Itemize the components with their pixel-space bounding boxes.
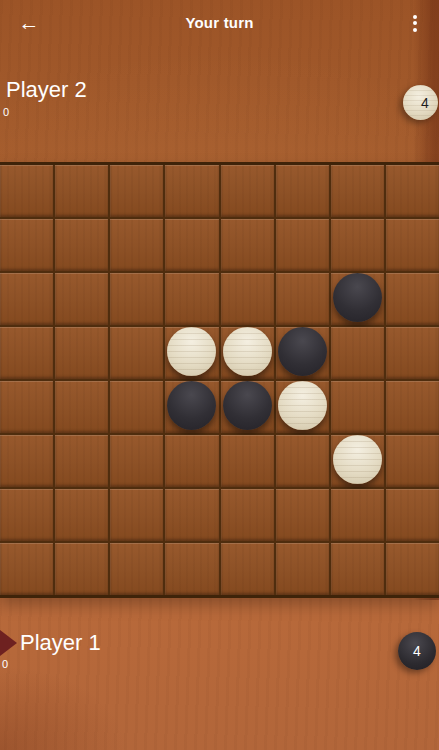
board-cell-b7[interactable] [55,489,108,541]
board-cell-f4[interactable] [276,327,329,379]
board-cell-f2[interactable] [276,219,329,271]
board-cell-h8[interactable] [386,543,439,595]
board-cell-b1[interactable] [55,165,108,217]
board-cell-f7[interactable] [276,489,329,541]
board-cell-a8[interactable] [0,543,53,595]
board-cell-c5[interactable] [110,381,163,433]
board-cell-b5[interactable] [55,381,108,433]
board-cell-c8[interactable] [110,543,163,595]
board-cell-h1[interactable] [386,165,439,217]
board-cell-b4[interactable] [55,327,108,379]
board-cell-e4[interactable] [221,327,274,379]
board-cell-b6[interactable] [55,435,108,487]
board-cell-h4[interactable] [386,327,439,379]
board-cell-c2[interactable] [110,219,163,271]
board-cell-d8[interactable] [165,543,218,595]
board-cell-d2[interactable] [165,219,218,271]
player2-name: Player 2 [6,77,87,103]
white-disc [167,327,216,376]
board-cell-g4[interactable] [331,327,384,379]
player1-panel: Player 1 0 [0,630,101,670]
board-cell-g5[interactable] [331,381,384,433]
black-disc [333,273,382,322]
board-cell-d5[interactable] [165,381,218,433]
board-cell-e3[interactable] [221,273,274,325]
board-cell-e5[interactable] [221,381,274,433]
board-cell-a3[interactable] [0,273,53,325]
board-cell-e8[interactable] [221,543,274,595]
board-cell-c1[interactable] [110,165,163,217]
board-cell-d6[interactable] [165,435,218,487]
board-cell-c6[interactable] [110,435,163,487]
board-cell-g6[interactable] [331,435,384,487]
board-cell-d3[interactable] [165,273,218,325]
board-cell-e1[interactable] [221,165,274,217]
black-disc [223,381,272,430]
board-cell-c7[interactable] [110,489,163,541]
board [0,162,439,598]
board-cell-a5[interactable] [0,381,53,433]
board-cell-h2[interactable] [386,219,439,271]
board-cell-d1[interactable] [165,165,218,217]
white-disc [278,381,327,430]
black-disc [167,381,216,430]
player1-name: Player 1 [20,630,101,656]
board-cell-d4[interactable] [165,327,218,379]
white-disc [333,435,382,484]
board-cell-a2[interactable] [0,219,53,271]
board-cell-g8[interactable] [331,543,384,595]
app-bar: ← Your turn [0,0,439,45]
board-cell-e6[interactable] [221,435,274,487]
active-turn-indicator-icon [0,630,17,656]
board-cell-h7[interactable] [386,489,439,541]
board-cell-c4[interactable] [110,327,163,379]
board-cell-g2[interactable] [331,219,384,271]
board-cell-c3[interactable] [110,273,163,325]
player2-score: 0 [3,106,87,118]
board-cell-f6[interactable] [276,435,329,487]
player2-panel: Player 2 0 [2,77,87,118]
board-cell-h6[interactable] [386,435,439,487]
board-cell-g7[interactable] [331,489,384,541]
board-cell-f1[interactable] [276,165,329,217]
board-cell-e7[interactable] [221,489,274,541]
board-cell-a1[interactable] [0,165,53,217]
board-cell-a6[interactable] [0,435,53,487]
board-cell-b2[interactable] [55,219,108,271]
board-cell-e2[interactable] [221,219,274,271]
board-cell-b8[interactable] [55,543,108,595]
game-screen: ← Your turn Player 2 0 4 Player 1 0 4 [0,0,439,750]
white-disc [223,327,272,376]
board-cell-b3[interactable] [55,273,108,325]
board-cell-g1[interactable] [331,165,384,217]
board-cell-f8[interactable] [276,543,329,595]
board-cell-f3[interactable] [276,273,329,325]
board-cell-g3[interactable] [331,273,384,325]
player2-disc-count: 4 [421,95,429,111]
overflow-menu-icon[interactable] [403,11,427,35]
player1-disc-count: 4 [413,643,421,659]
board-cell-h3[interactable] [386,273,439,325]
board-cell-f5[interactable] [276,381,329,433]
board-cell-a4[interactable] [0,327,53,379]
board-cell-d7[interactable] [165,489,218,541]
board-cell-a7[interactable] [0,489,53,541]
board-cell-h5[interactable] [386,381,439,433]
player2-disc-count-badge: 4 [403,85,438,120]
black-disc [278,327,327,376]
player1-disc-count-badge: 4 [398,632,436,670]
player1-score: 0 [2,658,101,670]
turn-status-title: Your turn [0,14,439,31]
